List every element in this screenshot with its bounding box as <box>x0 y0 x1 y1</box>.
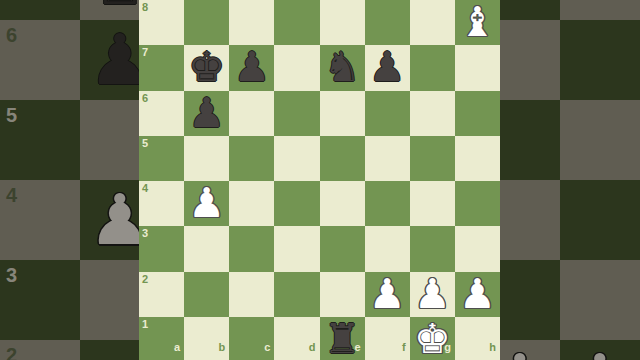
background-square-a7 <box>0 0 80 20</box>
square-f3[interactable] <box>365 226 410 271</box>
piece-white-pawn-g2[interactable]: ♟ <box>410 272 455 317</box>
square-d3[interactable] <box>274 226 319 271</box>
square-e6[interactable] <box>320 91 365 136</box>
square-g3[interactable] <box>410 226 455 271</box>
square-c5[interactable] <box>229 136 274 181</box>
background-rank-label-5: 5 <box>6 105 17 125</box>
square-h5[interactable] <box>455 136 500 181</box>
square-h1[interactable]: h <box>455 317 500 360</box>
background-piece-white-pawn-b4: ♟ <box>80 180 139 260</box>
square-h6[interactable] <box>455 91 500 136</box>
square-b4[interactable]: ♟ <box>184 181 229 226</box>
square-d8[interactable] <box>274 0 319 45</box>
file-label-h: h <box>489 342 496 353</box>
square-a5[interactable]: 5 <box>139 136 184 181</box>
square-f1[interactable]: f <box>365 317 410 360</box>
file-label-f: f <box>402 342 406 353</box>
square-e2[interactable] <box>320 272 365 317</box>
background-square-h4 <box>560 180 640 260</box>
square-c8[interactable] <box>229 0 274 45</box>
square-h2[interactable]: ♟ <box>455 272 500 317</box>
square-g8[interactable] <box>410 0 455 45</box>
piece-white-pawn-b4[interactable]: ♟ <box>184 181 229 226</box>
piece-white-king-g1[interactable]: ♚ <box>410 317 455 360</box>
background-square-a4: 4 <box>0 180 80 260</box>
square-f4[interactable] <box>365 181 410 226</box>
file-label-d: d <box>309 342 316 353</box>
rank-label-1: 1 <box>142 319 148 330</box>
square-f6[interactable] <box>365 91 410 136</box>
square-d6[interactable] <box>274 91 319 136</box>
background-square-g2: ♟ <box>500 340 560 360</box>
background-square-b5 <box>80 100 139 180</box>
square-e7[interactable]: ♞ <box>320 45 365 90</box>
background-square-h6 <box>560 20 640 100</box>
rank-label-5: 5 <box>142 138 148 149</box>
background-piece-white-pawn-h2: ♟ <box>560 340 640 360</box>
background-square-a2: 2 <box>0 340 80 360</box>
square-f2[interactable]: ♟ <box>365 272 410 317</box>
background-square-b3 <box>80 260 139 340</box>
background-square-g5 <box>500 100 560 180</box>
square-h7[interactable] <box>455 45 500 90</box>
background-rank-label-4: 4 <box>6 185 17 205</box>
square-a6[interactable]: 6 <box>139 91 184 136</box>
background-square-b2 <box>80 340 139 360</box>
background-board-left-grid: ♚6♟54♟32 <box>0 0 139 360</box>
square-d7[interactable] <box>274 45 319 90</box>
background-square-b4: ♟ <box>80 180 139 260</box>
square-a3[interactable]: 3 <box>139 226 184 271</box>
rank-label-2: 2 <box>142 274 148 285</box>
background-square-h3 <box>560 260 640 340</box>
square-c3[interactable] <box>229 226 274 271</box>
background-square-g3 <box>500 260 560 340</box>
background-piece-black-king-b7: ♚ <box>80 0 139 20</box>
square-g5[interactable] <box>410 136 455 181</box>
background-rank-label-3: 3 <box>6 265 17 285</box>
square-d4[interactable] <box>274 181 319 226</box>
background-square-h2: ♟ <box>560 340 640 360</box>
square-b6[interactable]: ♟ <box>184 91 229 136</box>
background-piece-white-pawn-g2: ♟ <box>500 340 560 360</box>
rank-label-7: 7 <box>142 47 148 58</box>
square-e4[interactable] <box>320 181 365 226</box>
square-g2[interactable]: ♟ <box>410 272 455 317</box>
square-f7[interactable]: ♟ <box>365 45 410 90</box>
square-e1[interactable]: e♜ <box>320 317 365 360</box>
square-b2[interactable] <box>184 272 229 317</box>
background-square-g4 <box>500 180 560 260</box>
square-g1[interactable]: g♚ <box>410 317 455 360</box>
square-d1[interactable]: d <box>274 317 319 360</box>
file-label-a: a <box>174 342 180 353</box>
square-g6[interactable] <box>410 91 455 136</box>
background-square-h5 <box>560 100 640 180</box>
square-b3[interactable] <box>184 226 229 271</box>
video-frame: ♚6♟54♟32 ♟♟ 8♝7♚♟♞♟6♟54♟32♟♟♟1abcde♜fg♚h <box>0 0 640 360</box>
piece-black-pawn-c7[interactable]: ♟ <box>229 45 274 90</box>
square-e8[interactable] <box>320 0 365 45</box>
background-piece-black-pawn-b6: ♟ <box>80 20 139 100</box>
square-c6[interactable] <box>229 91 274 136</box>
piece-black-pawn-b6[interactable]: ♟ <box>184 91 229 136</box>
rank-label-4: 4 <box>142 183 148 194</box>
square-a2[interactable]: 2 <box>139 272 184 317</box>
background-square-a3: 3 <box>0 260 80 340</box>
piece-white-bishop-h8[interactable]: ♝ <box>455 0 500 45</box>
square-b8[interactable] <box>184 0 229 45</box>
background-square-g6 <box>500 20 560 100</box>
background-board-right-strip: ♟♟ <box>500 0 640 360</box>
background-square-g7 <box>500 0 560 20</box>
square-h8[interactable]: ♝ <box>455 0 500 45</box>
background-rank-label-2: 2 <box>6 345 17 360</box>
square-f8[interactable] <box>365 0 410 45</box>
square-a1[interactable]: 1a <box>139 317 184 360</box>
piece-black-pawn-f7[interactable]: ♟ <box>365 45 410 90</box>
square-b1[interactable]: b <box>184 317 229 360</box>
background-board-left-strip: ♚6♟54♟32 <box>0 0 139 360</box>
square-c2[interactable] <box>229 272 274 317</box>
file-label-c: c <box>264 342 270 353</box>
square-e3[interactable] <box>320 226 365 271</box>
piece-black-king-b7[interactable]: ♚ <box>184 45 229 90</box>
square-c4[interactable] <box>229 181 274 226</box>
square-b5[interactable] <box>184 136 229 181</box>
square-c7[interactable]: ♟ <box>229 45 274 90</box>
square-a4[interactable]: 4 <box>139 181 184 226</box>
file-label-b: b <box>219 342 226 353</box>
square-h3[interactable] <box>455 226 500 271</box>
rank-label-3: 3 <box>142 228 148 239</box>
rank-label-6: 6 <box>142 93 148 104</box>
square-d5[interactable] <box>274 136 319 181</box>
square-d2[interactable] <box>274 272 319 317</box>
square-a7[interactable]: 7 <box>139 45 184 90</box>
piece-white-pawn-h2[interactable]: ♟ <box>455 272 500 317</box>
piece-black-knight-e7[interactable]: ♞ <box>320 45 365 90</box>
square-c1[interactable]: c <box>229 317 274 360</box>
square-b7[interactable]: ♚ <box>184 45 229 90</box>
square-g4[interactable] <box>410 181 455 226</box>
background-square-b6: ♟ <box>80 20 139 100</box>
background-rank-label-6: 6 <box>6 25 17 45</box>
rank-label-8: 8 <box>142 2 148 13</box>
background-square-h7 <box>560 0 640 20</box>
square-f5[interactable] <box>365 136 410 181</box>
piece-black-rook-e1[interactable]: ♜ <box>320 317 365 360</box>
background-square-b7: ♚ <box>80 0 139 20</box>
square-e5[interactable] <box>320 136 365 181</box>
square-g7[interactable] <box>410 45 455 90</box>
background-square-a6: 6 <box>0 20 80 100</box>
square-a8[interactable]: 8 <box>139 0 184 45</box>
background-board-right-grid: ♟♟ <box>500 0 640 360</box>
chess-board[interactable]: 8♝7♚♟♞♟6♟54♟32♟♟♟1abcde♜fg♚h <box>139 0 500 360</box>
piece-white-pawn-f2[interactable]: ♟ <box>365 272 410 317</box>
square-h4[interactable] <box>455 181 500 226</box>
background-square-a5: 5 <box>0 100 80 180</box>
